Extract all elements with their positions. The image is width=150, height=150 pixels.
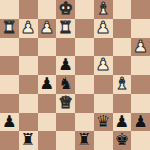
square-d1[interactable] — [56, 131, 75, 150]
square-b3[interactable] — [19, 94, 38, 113]
square-h4[interactable] — [131, 75, 150, 94]
piece-black-king[interactable]: ♚ — [114, 132, 129, 149]
square-a2[interactable]: ♟ — [0, 113, 19, 132]
square-c4[interactable]: ♟ — [38, 75, 57, 94]
square-h3[interactable] — [131, 94, 150, 113]
square-b8[interactable] — [19, 0, 38, 19]
piece-black-pawn[interactable]: ♟ — [114, 113, 129, 130]
square-f2[interactable]: ♛ — [94, 113, 113, 132]
square-e1[interactable]: ♜ — [75, 131, 94, 150]
piece-white-pawn[interactable]: ♟ — [96, 19, 111, 36]
square-c1[interactable] — [38, 131, 57, 150]
square-c7[interactable]: ♟ — [38, 19, 57, 38]
square-e4[interactable] — [75, 75, 94, 94]
square-c8[interactable] — [38, 0, 57, 19]
piece-white-bishop[interactable]: ♝ — [96, 1, 111, 18]
square-b7[interactable]: ♟ — [19, 19, 38, 38]
square-b6[interactable] — [19, 38, 38, 57]
square-e7[interactable] — [75, 19, 94, 38]
square-f6[interactable] — [94, 38, 113, 57]
piece-white-pawn[interactable]: ♟ — [133, 38, 148, 55]
square-g6[interactable] — [113, 38, 132, 57]
square-g4[interactable]: ♝ — [113, 75, 132, 94]
piece-white-king[interactable]: ♚ — [58, 1, 73, 18]
square-b5[interactable] — [19, 56, 38, 75]
square-d8[interactable]: ♚ — [56, 0, 75, 19]
square-b2[interactable] — [19, 113, 38, 132]
square-b1[interactable]: ♜ — [19, 131, 38, 150]
square-e5[interactable] — [75, 56, 94, 75]
square-g5[interactable] — [113, 56, 132, 75]
square-e3[interactable] — [75, 94, 94, 113]
piece-black-pawn[interactable]: ♟ — [2, 113, 17, 130]
square-f8[interactable]: ♝ — [94, 0, 113, 19]
square-h5[interactable] — [131, 56, 150, 75]
square-d6[interactable] — [56, 38, 75, 57]
square-c6[interactable] — [38, 38, 57, 57]
square-h6[interactable]: ♟ — [131, 38, 150, 57]
chess-board: ♚♝♜♟♟♜♟♟♟♟♟♞♝♛♟♛♟♟♜♜♚ — [0, 0, 150, 150]
square-c3[interactable] — [38, 94, 57, 113]
square-a3[interactable] — [0, 94, 19, 113]
square-e2[interactable] — [75, 113, 94, 132]
square-g3[interactable] — [113, 94, 132, 113]
square-f3[interactable] — [94, 94, 113, 113]
piece-black-pawn[interactable]: ♟ — [58, 57, 73, 74]
square-a6[interactable] — [0, 38, 19, 57]
square-a1[interactable] — [0, 131, 19, 150]
piece-white-rook[interactable]: ♜ — [2, 19, 17, 36]
square-h2[interactable]: ♟ — [131, 113, 150, 132]
piece-white-pawn[interactable]: ♟ — [96, 57, 111, 74]
piece-white-rook[interactable]: ♜ — [58, 19, 73, 36]
square-f4[interactable] — [94, 75, 113, 94]
square-h1[interactable] — [131, 131, 150, 150]
square-d5[interactable]: ♟ — [56, 56, 75, 75]
square-g1[interactable]: ♚ — [113, 131, 132, 150]
square-d7[interactable]: ♜ — [56, 19, 75, 38]
square-f5[interactable]: ♟ — [94, 56, 113, 75]
square-e8[interactable] — [75, 0, 94, 19]
square-d2[interactable] — [56, 113, 75, 132]
piece-black-queen[interactable]: ♛ — [96, 113, 111, 130]
square-g2[interactable]: ♟ — [113, 113, 132, 132]
square-c2[interactable] — [38, 113, 57, 132]
square-c5[interactable] — [38, 56, 57, 75]
square-f7[interactable]: ♟ — [94, 19, 113, 38]
piece-black-knight[interactable]: ♞ — [58, 76, 73, 93]
square-a4[interactable] — [0, 75, 19, 94]
square-g7[interactable] — [113, 19, 132, 38]
square-h8[interactable] — [131, 0, 150, 19]
piece-white-pawn[interactable]: ♟ — [39, 19, 54, 36]
piece-black-pawn[interactable]: ♟ — [39, 76, 54, 93]
square-a5[interactable] — [0, 56, 19, 75]
square-a8[interactable] — [0, 0, 19, 19]
square-f1[interactable] — [94, 131, 113, 150]
square-h7[interactable] — [131, 19, 150, 38]
piece-white-bishop[interactable]: ♝ — [114, 76, 129, 93]
square-d3[interactable]: ♛ — [56, 94, 75, 113]
piece-white-pawn[interactable]: ♟ — [21, 19, 36, 36]
piece-white-queen[interactable]: ♛ — [58, 94, 73, 111]
square-b4[interactable] — [19, 75, 38, 94]
square-g8[interactable] — [113, 0, 132, 19]
piece-black-rook[interactable]: ♜ — [77, 132, 92, 149]
square-a7[interactable]: ♜ — [0, 19, 19, 38]
piece-black-rook[interactable]: ♜ — [21, 132, 36, 149]
square-e6[interactable] — [75, 38, 94, 57]
piece-black-pawn[interactable]: ♟ — [133, 113, 148, 130]
square-d4[interactable]: ♞ — [56, 75, 75, 94]
